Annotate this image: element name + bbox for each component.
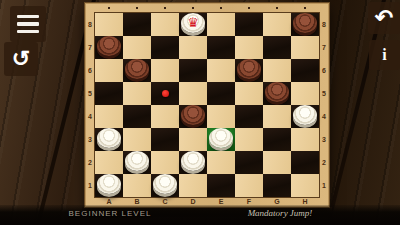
square-h8[interactable] [291,13,319,36]
square-a2[interactable] [95,151,123,174]
square-d1[interactable] [179,174,207,197]
square-g1[interactable] [263,174,291,197]
checkers-board: ♛ ABCDEFGH 87654321 87654321 [85,3,329,207]
game-screen: ♛ ABCDEFGH 87654321 87654321 BEGINNER LE… [0,0,400,225]
square-h3[interactable] [291,128,319,151]
menu-button[interactable] [10,6,46,42]
square-d4[interactable] [179,105,207,128]
square-e5[interactable] [207,82,235,105]
square-h6[interactable] [291,59,319,82]
white-man[interactable] [125,151,149,171]
rank-label-6: 6 [85,59,95,82]
rank-label-6: 6 [319,59,329,82]
black-man[interactable] [97,36,121,56]
square-e6[interactable] [207,59,235,82]
rank-label-3: 3 [85,128,95,151]
square-c7[interactable] [151,36,179,59]
rank-labels-right: 87654321 [319,13,329,197]
square-f2[interactable] [235,151,263,174]
undo-button[interactable]: ↶ [368,2,400,34]
square-d8[interactable]: ♛ [179,13,207,36]
white-man[interactable] [209,128,233,148]
square-f1[interactable] [235,174,263,197]
square-f3[interactable] [235,128,263,151]
square-f7[interactable] [235,36,263,59]
square-g6[interactable] [263,59,291,82]
square-c1[interactable] [151,174,179,197]
white-man[interactable] [181,151,205,171]
rank-label-1: 1 [85,174,95,197]
rank-labels-left: 87654321 [85,13,95,197]
square-a1[interactable] [95,174,123,197]
square-h5[interactable] [291,82,319,105]
square-g2[interactable] [263,151,291,174]
square-a8[interactable] [95,13,123,36]
square-g5[interactable] [263,82,291,105]
square-e7[interactable] [207,36,235,59]
square-b1[interactable] [123,174,151,197]
square-d6[interactable] [179,59,207,82]
square-f5[interactable] [235,82,263,105]
square-b8[interactable] [123,13,151,36]
square-f4[interactable] [235,105,263,128]
restart-button[interactable]: ↺ [4,42,38,76]
square-e1[interactable] [207,174,235,197]
square-b3[interactable] [123,128,151,151]
square-a5[interactable] [95,82,123,105]
rank-label-7: 7 [85,36,95,59]
info-button[interactable]: i [369,40,400,70]
square-c3[interactable] [151,128,179,151]
square-e4[interactable] [207,105,235,128]
square-g7[interactable] [263,36,291,59]
square-h2[interactable] [291,151,319,174]
white-man[interactable] [293,105,317,125]
square-a6[interactable] [95,59,123,82]
square-d5[interactable] [179,82,207,105]
square-b5[interactable] [123,82,151,105]
square-g8[interactable] [263,13,291,36]
square-e8[interactable] [207,13,235,36]
square-g4[interactable] [263,105,291,128]
square-f8[interactable] [235,13,263,36]
white-man[interactable] [97,128,121,148]
square-f6[interactable] [235,59,263,82]
square-g3[interactable] [263,128,291,151]
rank-label-2: 2 [319,151,329,174]
square-a4[interactable] [95,105,123,128]
square-h1[interactable] [291,174,319,197]
square-h4[interactable] [291,105,319,128]
square-b2[interactable] [123,151,151,174]
rank-label-1: 1 [319,174,329,197]
status-message: Mandatory Jump! [200,208,360,218]
black-man[interactable] [125,59,149,79]
rank-label-2: 2 [85,151,95,174]
rank-label-5: 5 [85,82,95,105]
square-c4[interactable] [151,105,179,128]
square-e3[interactable] [207,128,235,151]
square-d7[interactable] [179,36,207,59]
square-c8[interactable] [151,13,179,36]
white-man[interactable] [97,174,121,194]
square-d3[interactable] [179,128,207,151]
restart-icon: ↺ [12,46,30,72]
black-man[interactable] [237,59,261,79]
rank-label-5: 5 [319,82,329,105]
square-c5[interactable] [151,82,179,105]
rank-label-7: 7 [319,36,329,59]
square-h7[interactable] [291,36,319,59]
rank-label-4: 4 [85,105,95,128]
rank-label-3: 3 [319,128,329,151]
square-c6[interactable] [151,59,179,82]
square-a7[interactable] [95,36,123,59]
black-man[interactable] [293,13,317,33]
rank-label-8: 8 [85,13,95,36]
black-man[interactable] [265,82,289,102]
rank-label-4: 4 [319,105,329,128]
white-man[interactable] [153,174,177,194]
jump-hint-dot [162,90,169,97]
info-icon: i [382,46,386,64]
frame-nail-dots [95,3,319,13]
board-grid: ♛ [95,13,319,197]
square-b4[interactable] [123,105,151,128]
rank-label-8: 8 [319,13,329,36]
square-e2[interactable] [207,151,235,174]
black-man[interactable] [181,105,205,125]
square-d2[interactable] [179,151,207,174]
square-b6[interactable] [123,59,151,82]
square-c2[interactable] [151,151,179,174]
king-crown-icon: ♛ [181,13,205,33]
white-king[interactable]: ♛ [181,13,205,33]
square-b7[interactable] [123,36,151,59]
hamburger-icon [17,15,39,19]
square-a3[interactable] [95,128,123,151]
undo-icon: ↶ [375,5,393,31]
level-label: BEGINNER LEVEL [30,209,190,218]
